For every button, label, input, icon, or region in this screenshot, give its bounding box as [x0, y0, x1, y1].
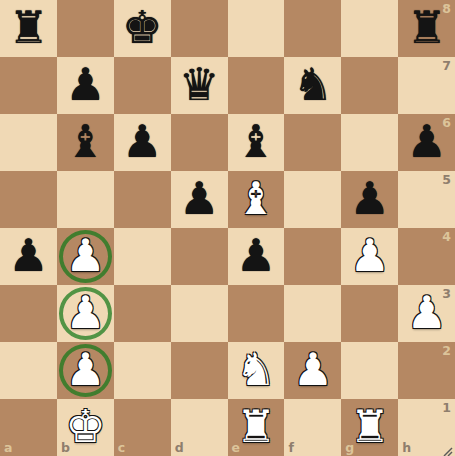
- white-pawn-icon[interactable]: ♟: [293, 347, 333, 392]
- square-g4[interactable]: ♟: [341, 228, 398, 285]
- rank-label-2: 2: [442, 345, 451, 358]
- square-g8[interactable]: [341, 0, 398, 57]
- file-label-d: d: [175, 442, 184, 455]
- square-a2[interactable]: [0, 342, 57, 399]
- square-b6[interactable]: ♝: [57, 114, 114, 171]
- square-c7[interactable]: [114, 57, 171, 114]
- board-resize-handle-icon[interactable]: [441, 442, 453, 454]
- rank-label-4: 4: [442, 231, 451, 244]
- square-a5[interactable]: [0, 171, 57, 228]
- black-rook-icon[interactable]: ♜: [406, 5, 446, 50]
- square-e5[interactable]: ♝: [228, 171, 285, 228]
- white-pawn-icon[interactable]: ♟: [65, 290, 105, 335]
- square-g3[interactable]: [341, 285, 398, 342]
- square-h5[interactable]: 5: [398, 171, 455, 228]
- file-label-c: c: [118, 442, 125, 455]
- square-f7[interactable]: ♞: [284, 57, 341, 114]
- square-d7[interactable]: ♛: [171, 57, 228, 114]
- rank-label-5: 5: [442, 174, 451, 187]
- white-bishop-icon[interactable]: ♝: [236, 176, 276, 221]
- square-b3[interactable]: ♟: [57, 285, 114, 342]
- black-bishop-icon[interactable]: ♝: [236, 119, 276, 164]
- black-king-icon[interactable]: ♚: [122, 5, 162, 50]
- square-f5[interactable]: [284, 171, 341, 228]
- square-f1[interactable]: f: [284, 399, 341, 456]
- square-a7[interactable]: [0, 57, 57, 114]
- square-c2[interactable]: [114, 342, 171, 399]
- white-pawn-icon[interactable]: ♟: [65, 347, 105, 392]
- square-f4[interactable]: [284, 228, 341, 285]
- square-h8[interactable]: ♜8: [398, 0, 455, 57]
- square-c6[interactable]: ♟: [114, 114, 171, 171]
- square-h2[interactable]: 2: [398, 342, 455, 399]
- square-d2[interactable]: [171, 342, 228, 399]
- black-pawn-icon[interactable]: ♟: [8, 233, 48, 278]
- black-pawn-icon[interactable]: ♟: [65, 62, 105, 107]
- black-pawn-icon[interactable]: ♟: [179, 176, 219, 221]
- square-b1[interactable]: ♚b: [57, 399, 114, 456]
- rank-label-7: 7: [442, 60, 451, 73]
- square-d4[interactable]: [171, 228, 228, 285]
- chess-board: ♜♚♜8♟♛♞7♝♟♝♟6♟♝♟5♟♟♟♟4♟♟3♟♞♟2a♚bcd♜ef♜g1…: [0, 0, 455, 456]
- black-pawn-icon[interactable]: ♟: [236, 233, 276, 278]
- square-e4[interactable]: ♟: [228, 228, 285, 285]
- square-b4[interactable]: ♟: [57, 228, 114, 285]
- square-h1[interactable]: 1h: [398, 399, 455, 456]
- square-d8[interactable]: [171, 0, 228, 57]
- square-c8[interactable]: ♚: [114, 0, 171, 57]
- square-h7[interactable]: 7: [398, 57, 455, 114]
- rank-label-6: 6: [442, 117, 451, 130]
- square-g5[interactable]: ♟: [341, 171, 398, 228]
- square-e1[interactable]: ♜e: [228, 399, 285, 456]
- black-rook-icon[interactable]: ♜: [8, 5, 48, 50]
- square-b8[interactable]: [57, 0, 114, 57]
- square-a1[interactable]: a: [0, 399, 57, 456]
- square-g6[interactable]: [341, 114, 398, 171]
- square-e6[interactable]: ♝: [228, 114, 285, 171]
- square-h6[interactable]: ♟6: [398, 114, 455, 171]
- square-d1[interactable]: d: [171, 399, 228, 456]
- square-f2[interactable]: ♟: [284, 342, 341, 399]
- square-h4[interactable]: 4: [398, 228, 455, 285]
- white-pawn-icon[interactable]: ♟: [65, 233, 105, 278]
- white-pawn-icon[interactable]: ♟: [350, 233, 390, 278]
- black-pawn-icon[interactable]: ♟: [406, 119, 446, 164]
- rank-label-8: 8: [442, 3, 451, 16]
- square-d3[interactable]: [171, 285, 228, 342]
- square-b2[interactable]: ♟: [57, 342, 114, 399]
- square-e3[interactable]: [228, 285, 285, 342]
- square-g7[interactable]: [341, 57, 398, 114]
- file-label-a: a: [4, 442, 12, 455]
- black-queen-icon[interactable]: ♛: [179, 62, 219, 107]
- square-g2[interactable]: [341, 342, 398, 399]
- square-f8[interactable]: [284, 0, 341, 57]
- square-a3[interactable]: [0, 285, 57, 342]
- square-c5[interactable]: [114, 171, 171, 228]
- black-knight-icon[interactable]: ♞: [293, 62, 333, 107]
- file-label-g: g: [345, 442, 354, 455]
- file-label-f: f: [288, 442, 293, 455]
- square-d5[interactable]: ♟: [171, 171, 228, 228]
- black-bishop-icon[interactable]: ♝: [65, 119, 105, 164]
- black-pawn-icon[interactable]: ♟: [350, 176, 390, 221]
- white-rook-icon[interactable]: ♜: [350, 404, 390, 449]
- white-king-icon[interactable]: ♚: [65, 404, 105, 449]
- square-g1[interactable]: ♜g: [341, 399, 398, 456]
- square-a6[interactable]: [0, 114, 57, 171]
- square-b5[interactable]: [57, 171, 114, 228]
- square-d6[interactable]: [171, 114, 228, 171]
- square-b7[interactable]: ♟: [57, 57, 114, 114]
- square-e2[interactable]: ♞: [228, 342, 285, 399]
- square-f6[interactable]: [284, 114, 341, 171]
- rank-label-1: 1: [442, 402, 451, 415]
- square-c1[interactable]: c: [114, 399, 171, 456]
- square-h3[interactable]: ♟3: [398, 285, 455, 342]
- file-label-h: h: [402, 442, 411, 455]
- square-e8[interactable]: [228, 0, 285, 57]
- black-pawn-icon[interactable]: ♟: [122, 119, 162, 164]
- square-e7[interactable]: [228, 57, 285, 114]
- white-knight-icon[interactable]: ♞: [236, 347, 276, 392]
- white-pawn-icon[interactable]: ♟: [406, 290, 446, 335]
- square-f3[interactable]: [284, 285, 341, 342]
- square-a8[interactable]: ♜: [0, 0, 57, 57]
- file-label-b: b: [61, 442, 70, 455]
- square-c3[interactable]: [114, 285, 171, 342]
- square-a4[interactable]: ♟: [0, 228, 57, 285]
- white-rook-icon[interactable]: ♜: [236, 404, 276, 449]
- square-c4[interactable]: [114, 228, 171, 285]
- file-label-e: e: [232, 442, 240, 455]
- rank-label-3: 3: [442, 288, 451, 301]
